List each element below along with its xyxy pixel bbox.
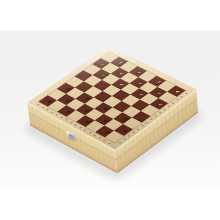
frame-dot bbox=[55, 114, 58, 116]
frame-dot bbox=[41, 106, 44, 108]
frame-dot bbox=[172, 102, 175, 104]
dark-checker-sprite bbox=[78, 88, 91, 100]
dark-checker-sprite bbox=[97, 98, 110, 110]
frame-dot bbox=[60, 117, 63, 119]
frame-dot bbox=[108, 142, 111, 144]
dark-square-r3c6[interactable] bbox=[131, 100, 149, 111]
dark-square-r4c7[interactable] bbox=[132, 111, 151, 123]
light-square-r3c7[interactable] bbox=[141, 105, 160, 117]
frame-dot bbox=[150, 118, 153, 120]
frame-dot bbox=[137, 128, 140, 130]
frame-dot bbox=[185, 93, 188, 95]
frame-dot bbox=[132, 132, 135, 134]
frame-dot bbox=[154, 115, 157, 117]
light-checker-sprite bbox=[152, 93, 165, 105]
frame-dot bbox=[141, 125, 144, 127]
light-checker-sprite bbox=[151, 82, 164, 94]
dark-checker-sprite bbox=[98, 121, 111, 133]
frame-dot bbox=[119, 142, 122, 144]
frame-dot bbox=[89, 132, 92, 134]
frame-dot bbox=[51, 111, 54, 113]
frame-dot bbox=[167, 105, 170, 107]
light-checker-sprite bbox=[169, 81, 182, 93]
frame-dot bbox=[159, 112, 162, 114]
frame-dot bbox=[128, 135, 131, 137]
dark-checker-sprite bbox=[97, 109, 110, 121]
dark-checker-sprite bbox=[78, 99, 91, 111]
frame-dot bbox=[180, 96, 183, 98]
frame-dot bbox=[176, 99, 179, 101]
light-checker-sprite bbox=[133, 83, 146, 95]
frame-dot bbox=[46, 109, 49, 111]
clasp-latch bbox=[66, 131, 76, 140]
frame-dot bbox=[103, 140, 106, 142]
dark-checker-sprite bbox=[60, 100, 73, 112]
frame-dot bbox=[74, 124, 77, 126]
frame-dot bbox=[123, 138, 126, 140]
dark-checker-sprite bbox=[79, 110, 92, 122]
frame-dot bbox=[37, 104, 40, 106]
frame-dot bbox=[98, 137, 101, 139]
frame-dot bbox=[163, 109, 166, 111]
frame-dot bbox=[145, 122, 148, 124]
frame-dot bbox=[65, 119, 68, 121]
frame-dot bbox=[84, 129, 87, 131]
board-scene bbox=[0, 0, 220, 220]
dark-checker-sprite bbox=[116, 108, 129, 120]
frame-dot bbox=[93, 135, 96, 137]
dark-checker-sprite bbox=[116, 119, 129, 131]
board-box bbox=[27, 46, 196, 150]
frame-dot bbox=[70, 122, 73, 124]
frame-dot bbox=[79, 127, 82, 129]
light-square-r3c5[interactable] bbox=[122, 95, 140, 106]
light-square-r7c7[interactable] bbox=[105, 131, 124, 143]
